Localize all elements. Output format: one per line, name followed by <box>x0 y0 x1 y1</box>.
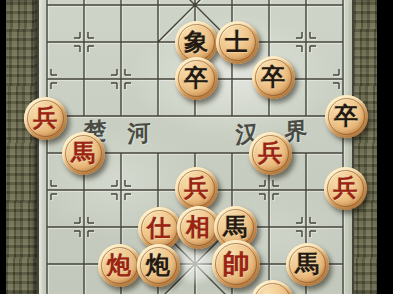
piece-black-advisor-f6r3[interactable]: 士 <box>216 21 259 64</box>
piece-character: 馬 <box>71 141 95 165</box>
piece-red-soldier-f7r6[interactable]: 兵 <box>249 132 292 175</box>
piece-black-horse-f8r9[interactable]: 馬 <box>286 243 329 286</box>
piece-character: 馬 <box>295 252 319 276</box>
piece-red-cannon-f3r9[interactable]: 炮 <box>98 244 141 287</box>
palace-center-glow <box>173 242 217 286</box>
piece-character: 兵 <box>258 141 282 165</box>
piece-character: 卒 <box>334 104 358 128</box>
piece-black-soldier-f5r4[interactable]: 卒 <box>175 57 218 100</box>
piece-red-general-f6r9[interactable]: 帥 <box>212 240 260 288</box>
piece-character: 相 <box>186 215 210 239</box>
piece-red-horse-f2r6[interactable]: 馬 <box>62 132 105 175</box>
piece-character: 兵 <box>184 176 208 200</box>
river-label-he: 河 <box>124 118 154 150</box>
piece-character: 炮 <box>146 253 170 277</box>
piece-character: 炮 <box>107 253 131 277</box>
piece-character: 士 <box>225 30 249 54</box>
piece-red-soldier-f5r7[interactable]: 兵 <box>175 167 218 210</box>
piece-character: 卒 <box>184 66 208 90</box>
piece-red-soldier-f9r7[interactable]: 兵 <box>324 167 367 210</box>
piece-black-cannon-f4r9[interactable]: 炮 <box>137 244 180 287</box>
piece-character: 仕 <box>147 216 171 240</box>
piece-red-soldier-f1r5[interactable]: 兵 <box>24 97 67 140</box>
piece-character: 兵 <box>33 106 57 130</box>
piece-character: 帥 <box>223 251 250 278</box>
piece-character: 馬 <box>223 215 247 239</box>
piece-character: 卒 <box>261 65 285 89</box>
piece-black-soldier-f9r5[interactable]: 卒 <box>325 95 368 138</box>
piece-character: 象 <box>184 30 208 54</box>
piece-black-soldier-f7r4[interactable]: 卒 <box>252 56 295 99</box>
piece-character: 兵 <box>333 176 357 200</box>
xiangqi-app-window: 楚 河 汉 界 象士卒卒兵卒馬兵兵兵仕相馬炮炮帥馬 <box>0 0 393 294</box>
